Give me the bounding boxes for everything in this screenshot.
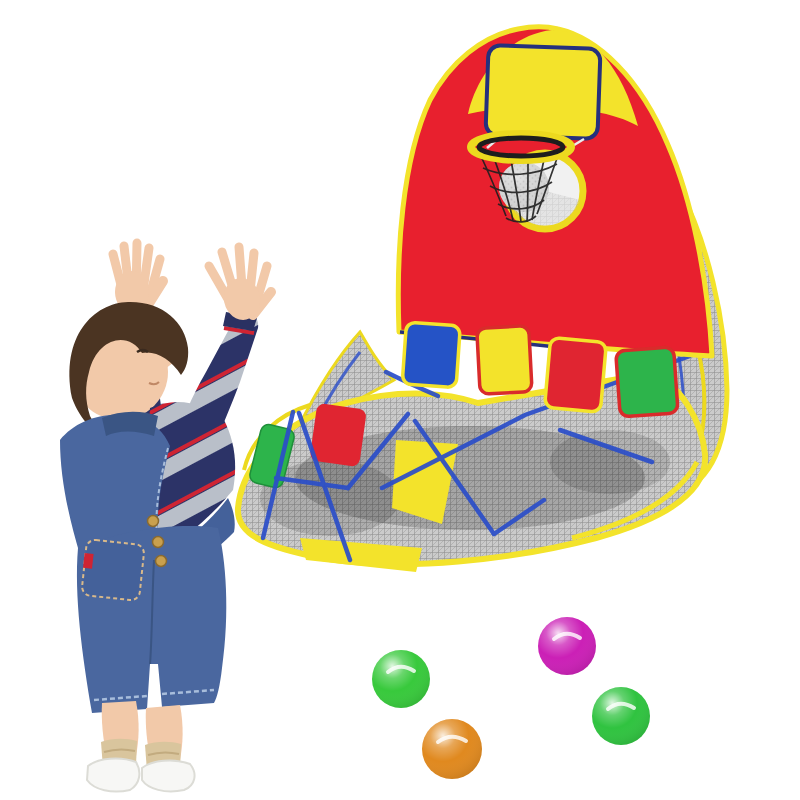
play-ball-green-left — [372, 650, 430, 708]
hanging-tab-blue — [402, 322, 460, 388]
basketball-backboard — [485, 45, 600, 139]
denim-overall-shorts — [77, 516, 226, 714]
product-photo-scene — [0, 0, 800, 800]
shoes — [87, 759, 195, 792]
left-shoe — [87, 759, 139, 792]
patch-red — [309, 403, 367, 467]
play-ball-magenta — [538, 617, 596, 675]
hanging-tab-yellow — [477, 326, 532, 395]
scene-canvas — [0, 0, 800, 800]
play-ball-orange — [422, 719, 482, 779]
overall-pocket — [80, 539, 145, 601]
play-ball-green-right — [592, 687, 650, 745]
hanging-tab-green — [616, 347, 678, 417]
play-balls — [372, 617, 650, 779]
pocket-red-tag — [83, 553, 94, 569]
right-shoe — [142, 761, 195, 792]
hanging-tab-red — [545, 338, 607, 413]
play-tent — [238, 27, 727, 572]
